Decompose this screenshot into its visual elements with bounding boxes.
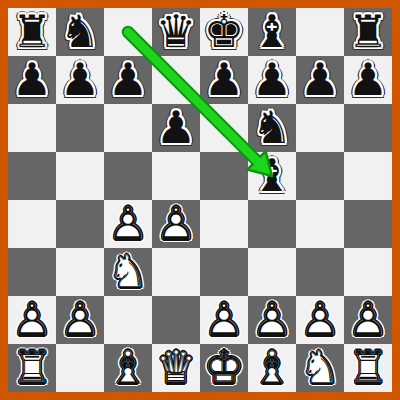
- square-d6[interactable]: ♟: [152, 104, 200, 152]
- square-f4[interactable]: [248, 200, 296, 248]
- square-c1[interactable]: ♝♗: [104, 344, 152, 392]
- square-f7[interactable]: ♟: [248, 56, 296, 104]
- black-piece-glyph: ♟: [8, 56, 56, 104]
- piece-black-rook-h8[interactable]: ♜: [344, 8, 392, 56]
- black-piece-glyph: ♝: [248, 8, 296, 56]
- piece-white-knight-c3[interactable]: ♞♘: [104, 248, 152, 296]
- piece-white-king-e1[interactable]: ♚♔: [200, 344, 248, 392]
- white-piece-outline: ♙: [200, 296, 248, 344]
- white-piece-outline: ♙: [152, 200, 200, 248]
- white-piece-outline: ♔: [200, 344, 248, 392]
- square-g5[interactable]: [296, 152, 344, 200]
- piece-white-bishop-f1[interactable]: ♝♗: [248, 344, 296, 392]
- black-piece-glyph: ♞: [56, 8, 104, 56]
- piece-white-bishop-c1[interactable]: ♝♗: [104, 344, 152, 392]
- square-e4[interactable]: [200, 200, 248, 248]
- square-d2[interactable]: [152, 296, 200, 344]
- white-piece-outline: ♙: [56, 296, 104, 344]
- square-h6[interactable]: [344, 104, 392, 152]
- piece-white-rook-a1[interactable]: ♜♖: [8, 344, 56, 392]
- square-a2[interactable]: ♟♙: [8, 296, 56, 344]
- square-f6[interactable]: ♞: [248, 104, 296, 152]
- square-e3[interactable]: [200, 248, 248, 296]
- square-a5[interactable]: [8, 152, 56, 200]
- square-a1[interactable]: ♜♖: [8, 344, 56, 392]
- black-piece-glyph: ♟: [56, 56, 104, 104]
- piece-black-pawn-d6[interactable]: ♟: [152, 104, 200, 152]
- black-piece-glyph: ♟: [152, 104, 200, 152]
- piece-black-bishop-f8[interactable]: ♝: [248, 8, 296, 56]
- piece-white-pawn-a2[interactable]: ♟♙: [8, 296, 56, 344]
- piece-black-pawn-h7[interactable]: ♟: [344, 56, 392, 104]
- white-piece-outline: ♗: [104, 344, 152, 392]
- square-b7[interactable]: ♟: [56, 56, 104, 104]
- square-h7[interactable]: ♟: [344, 56, 392, 104]
- piece-black-pawn-b7[interactable]: ♟: [56, 56, 104, 104]
- square-c6[interactable]: [104, 104, 152, 152]
- white-piece-outline: ♕: [152, 344, 200, 392]
- square-e6[interactable]: [200, 104, 248, 152]
- square-a6[interactable]: [8, 104, 56, 152]
- piece-black-queen-d8[interactable]: ♛: [152, 8, 200, 56]
- square-g8[interactable]: [296, 8, 344, 56]
- square-h5[interactable]: [344, 152, 392, 200]
- piece-black-bishop-f5[interactable]: ♝: [248, 152, 296, 200]
- black-piece-glyph: ♛: [152, 8, 200, 56]
- square-d4[interactable]: ♟♙: [152, 200, 200, 248]
- chess-board: ♜♞♛♚♝♜♟♟♟♟♟♟♟♟♞♝♟♙♟♙♞♘♟♙♟♙♟♙♟♙♟♙♟♙♜♖♝♗♛♕…: [0, 0, 400, 400]
- piece-black-pawn-a7[interactable]: ♟: [8, 56, 56, 104]
- white-piece-outline: ♖: [344, 344, 392, 392]
- square-d8[interactable]: ♛: [152, 8, 200, 56]
- square-d3[interactable]: [152, 248, 200, 296]
- square-b3[interactable]: [56, 248, 104, 296]
- square-c2[interactable]: [104, 296, 152, 344]
- piece-black-pawn-e7[interactable]: ♟: [200, 56, 248, 104]
- square-h2[interactable]: ♟♙: [344, 296, 392, 344]
- square-d1[interactable]: ♛♕: [152, 344, 200, 392]
- square-h3[interactable]: [344, 248, 392, 296]
- square-g3[interactable]: [296, 248, 344, 296]
- square-h4[interactable]: [344, 200, 392, 248]
- piece-white-knight-g1[interactable]: ♞♘: [296, 344, 344, 392]
- piece-white-pawn-d4[interactable]: ♟♙: [152, 200, 200, 248]
- square-e5[interactable]: [200, 152, 248, 200]
- square-d7[interactable]: [152, 56, 200, 104]
- square-b5[interactable]: [56, 152, 104, 200]
- square-c7[interactable]: ♟: [104, 56, 152, 104]
- black-piece-glyph: ♟: [200, 56, 248, 104]
- piece-black-pawn-c7[interactable]: ♟: [104, 56, 152, 104]
- square-b6[interactable]: [56, 104, 104, 152]
- square-a8[interactable]: ♜: [8, 8, 56, 56]
- piece-black-pawn-f7[interactable]: ♟: [248, 56, 296, 104]
- white-piece-outline: ♙: [248, 296, 296, 344]
- chess-board-wrap: ♜♞♛♚♝♜♟♟♟♟♟♟♟♟♞♝♟♙♟♙♞♘♟♙♟♙♟♙♟♙♟♙♟♙♜♖♝♗♛♕…: [0, 0, 400, 400]
- white-piece-outline: ♙: [296, 296, 344, 344]
- square-b4[interactable]: [56, 200, 104, 248]
- piece-white-rook-h1[interactable]: ♜♖: [344, 344, 392, 392]
- black-piece-glyph: ♟: [248, 56, 296, 104]
- square-f2[interactable]: ♟♙: [248, 296, 296, 344]
- square-b8[interactable]: ♞: [56, 8, 104, 56]
- square-b1[interactable]: [56, 344, 104, 392]
- square-g1[interactable]: ♞♘: [296, 344, 344, 392]
- piece-white-pawn-b2[interactable]: ♟♙: [56, 296, 104, 344]
- white-piece-outline: ♘: [104, 248, 152, 296]
- white-piece-outline: ♙: [104, 200, 152, 248]
- piece-black-rook-a8[interactable]: ♜: [8, 8, 56, 56]
- black-piece-glyph: ♚: [200, 8, 248, 56]
- white-piece-outline: ♘: [296, 344, 344, 392]
- square-e1[interactable]: ♚♔: [200, 344, 248, 392]
- square-g2[interactable]: ♟♙: [296, 296, 344, 344]
- square-a4[interactable]: [8, 200, 56, 248]
- black-piece-glyph: ♜: [344, 8, 392, 56]
- piece-black-king-e8[interactable]: ♚: [200, 8, 248, 56]
- square-f3[interactable]: [248, 248, 296, 296]
- square-e2[interactable]: ♟♙: [200, 296, 248, 344]
- square-c4[interactable]: ♟♙: [104, 200, 152, 248]
- square-c5[interactable]: [104, 152, 152, 200]
- piece-white-pawn-g2[interactable]: ♟♙: [296, 296, 344, 344]
- square-f8[interactable]: ♝: [248, 8, 296, 56]
- black-piece-glyph: ♞: [248, 104, 296, 152]
- square-e8[interactable]: ♚: [200, 8, 248, 56]
- piece-black-knight-b8[interactable]: ♞: [56, 8, 104, 56]
- piece-white-pawn-h2[interactable]: ♟♙: [344, 296, 392, 344]
- square-g7[interactable]: ♟: [296, 56, 344, 104]
- square-g6[interactable]: [296, 104, 344, 152]
- white-piece-outline: ♙: [8, 296, 56, 344]
- square-h1[interactable]: ♜♖: [344, 344, 392, 392]
- piece-white-pawn-f2[interactable]: ♟♙: [248, 296, 296, 344]
- black-piece-glyph: ♟: [344, 56, 392, 104]
- piece-white-pawn-e2[interactable]: ♟♙: [200, 296, 248, 344]
- square-b2[interactable]: ♟♙: [56, 296, 104, 344]
- piece-white-queen-d1[interactable]: ♛♕: [152, 344, 200, 392]
- square-f5[interactable]: ♝: [248, 152, 296, 200]
- square-e7[interactable]: ♟: [200, 56, 248, 104]
- square-g4[interactable]: [296, 200, 344, 248]
- square-h8[interactable]: ♜: [344, 8, 392, 56]
- square-d5[interactable]: [152, 152, 200, 200]
- white-piece-outline: ♖: [8, 344, 56, 392]
- square-f1[interactable]: ♝♗: [248, 344, 296, 392]
- white-piece-outline: ♗: [248, 344, 296, 392]
- piece-black-pawn-g7[interactable]: ♟: [296, 56, 344, 104]
- black-piece-glyph: ♝: [248, 152, 296, 200]
- piece-black-knight-f6[interactable]: ♞: [248, 104, 296, 152]
- square-c3[interactable]: ♞♘: [104, 248, 152, 296]
- black-piece-glyph: ♟: [104, 56, 152, 104]
- piece-white-pawn-c4[interactable]: ♟♙: [104, 200, 152, 248]
- black-piece-glyph: ♟: [296, 56, 344, 104]
- black-piece-glyph: ♜: [8, 8, 56, 56]
- square-c8[interactable]: [104, 8, 152, 56]
- square-a7[interactable]: ♟: [8, 56, 56, 104]
- square-a3[interactable]: [8, 248, 56, 296]
- white-piece-outline: ♙: [344, 296, 392, 344]
